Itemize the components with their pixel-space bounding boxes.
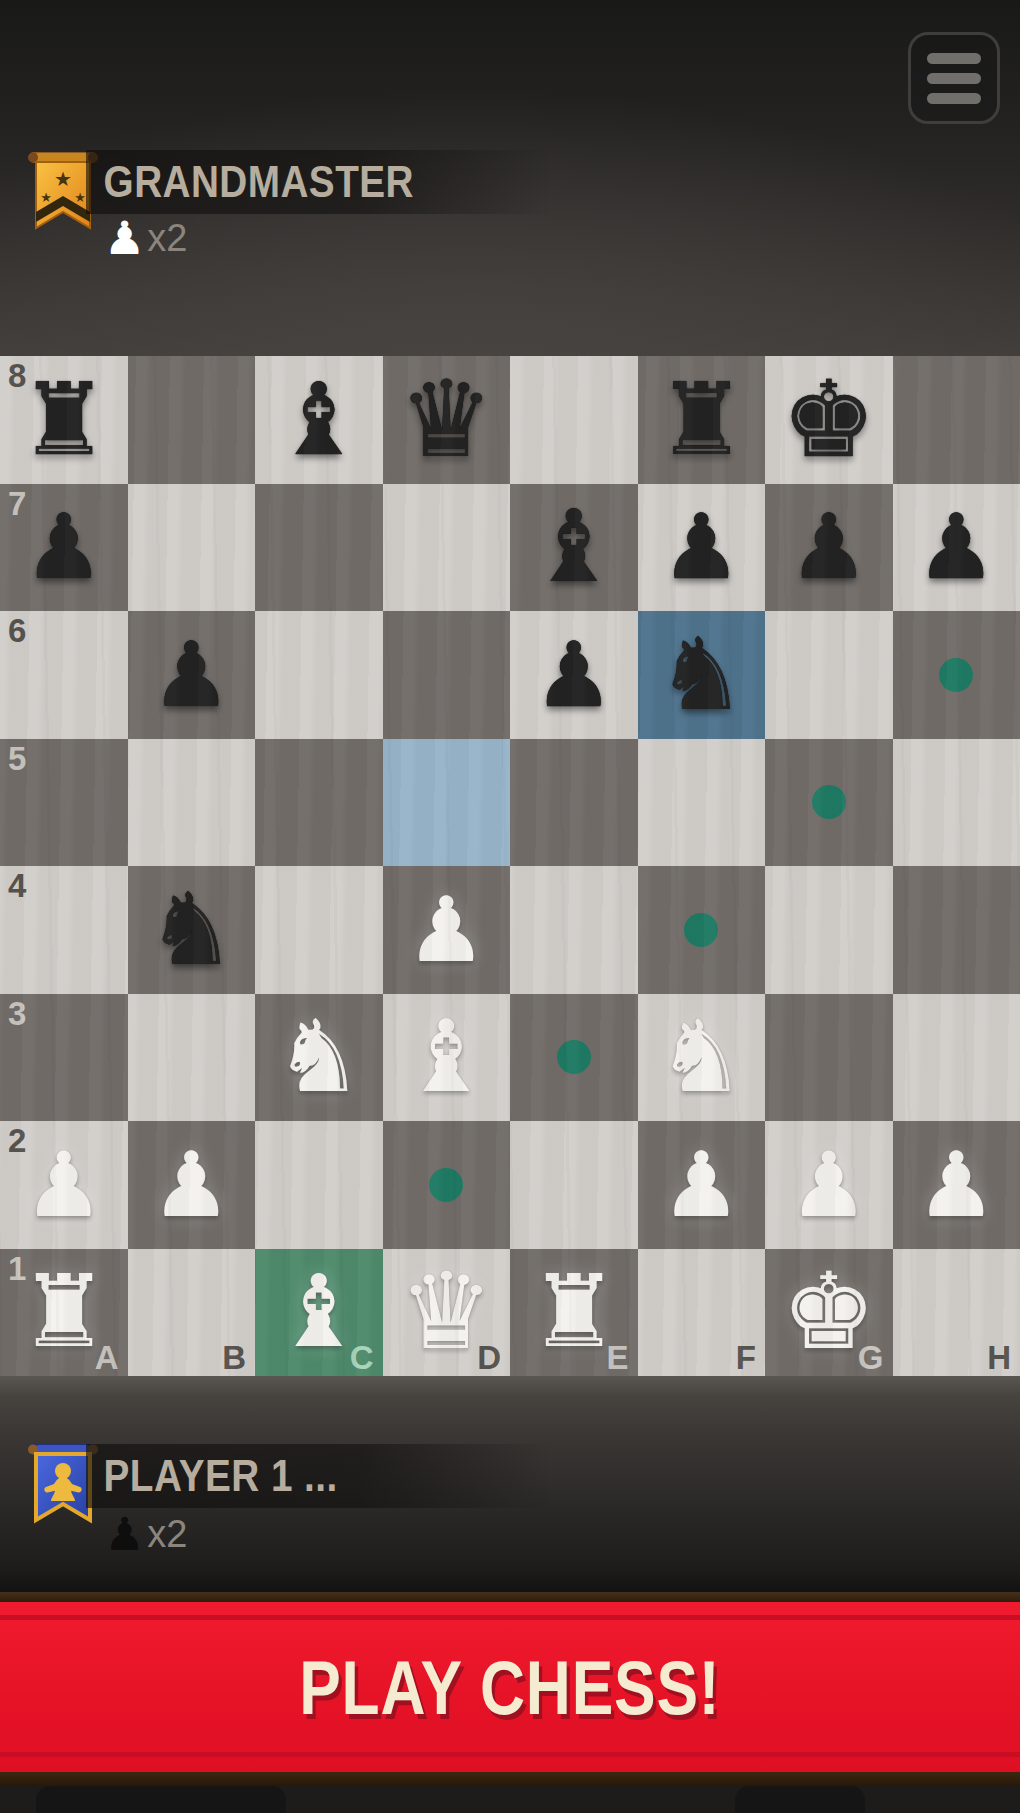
piece-white-pawn-g2[interactable]: ♟: [765, 1121, 893, 1249]
piece-white-pawn-f2[interactable]: ♟: [638, 1121, 766, 1249]
square-a4[interactable]: 4: [0, 866, 128, 994]
square-d8[interactable]: ♛: [383, 356, 511, 484]
black-pawn-icon: ♟: [104, 1511, 145, 1557]
piece-black-bishop-c8[interactable]: ♝: [255, 356, 383, 484]
piece-white-pawn-b2[interactable]: ♟: [128, 1121, 256, 1249]
piece-black-pawn-a7[interactable]: ♟: [0, 484, 128, 612]
piece-white-knight-f3[interactable]: ♞: [638, 994, 766, 1122]
square-d7[interactable]: [383, 484, 511, 612]
piece-black-rook-a8[interactable]: ♜: [0, 356, 128, 484]
move-hint-dot[interactable]: [429, 1168, 463, 1202]
svg-text:★: ★: [40, 190, 52, 205]
rank-label-5: 5: [8, 740, 26, 778]
square-c2[interactable]: [255, 1121, 383, 1249]
square-c5[interactable]: [255, 739, 383, 867]
square-g2[interactable]: ♟: [765, 1121, 893, 1249]
square-h5[interactable]: [893, 739, 1020, 867]
square-a8[interactable]: 8♜: [0, 356, 128, 484]
square-b8[interactable]: [128, 356, 256, 484]
piece-white-pawn-h2[interactable]: ♟: [893, 1121, 1020, 1249]
svg-text:★: ★: [54, 167, 72, 191]
square-g3[interactable]: [765, 994, 893, 1122]
square-a2[interactable]: 2♟: [0, 1121, 128, 1249]
piece-white-bishop-c1[interactable]: ♝: [255, 1249, 383, 1377]
piece-black-pawn-f7[interactable]: ♟: [638, 484, 766, 612]
piece-black-pawn-g7[interactable]: ♟: [765, 484, 893, 612]
piece-black-king-g8[interactable]: ♚: [765, 356, 893, 484]
divider-strip-top: [0, 1592, 1020, 1602]
move-hint-dot[interactable]: [557, 1040, 591, 1074]
square-d4[interactable]: ♟: [383, 866, 511, 994]
bottom-captured-count: x2: [147, 1513, 187, 1556]
square-e2[interactable]: [510, 1121, 638, 1249]
square-f3[interactable]: ♞: [638, 994, 766, 1122]
piece-white-rook-a1[interactable]: ♜: [0, 1249, 128, 1377]
white-pawn-icon: ♟: [104, 215, 145, 261]
square-e5[interactable]: [510, 739, 638, 867]
piece-black-bishop-e7[interactable]: ♝: [510, 484, 638, 612]
square-g5[interactable]: [765, 739, 893, 867]
move-hint-dot[interactable]: [812, 785, 846, 819]
square-b6[interactable]: ♟: [128, 611, 256, 739]
square-b1[interactable]: B: [128, 1249, 256, 1377]
square-g8[interactable]: ♚: [765, 356, 893, 484]
piece-white-king-g1[interactable]: ♚: [765, 1249, 893, 1377]
square-a7[interactable]: 7♟: [0, 484, 128, 612]
piece-black-rook-f8[interactable]: ♜: [638, 356, 766, 484]
piece-black-knight-f6[interactable]: ♞: [638, 611, 766, 739]
square-g4[interactable]: [765, 866, 893, 994]
square-c8[interactable]: ♝: [255, 356, 383, 484]
file-label-b: B: [222, 1341, 246, 1374]
square-f7[interactable]: ♟: [638, 484, 766, 612]
top-player-name: GRANDMASTER: [86, 157, 414, 207]
piece-black-queen-d8[interactable]: ♛: [383, 356, 511, 484]
piece-black-pawn-b6[interactable]: ♟: [128, 611, 256, 739]
move-hint-dot[interactable]: [939, 658, 973, 692]
top-player-name-bar: GRANDMASTER: [86, 150, 556, 214]
square-e3[interactable]: [510, 994, 638, 1122]
piece-black-pawn-h7[interactable]: ♟: [893, 484, 1020, 612]
square-d5[interactable]: [383, 739, 511, 867]
play-chess-label: PLAY CHESS!: [299, 1644, 720, 1731]
chess-board: 8♜♝♛♜♚7♟♝♟♟♟6♟♟♞54♞♟3♞♝♞2♟♟♟♟♟1A♜BC♝D♛E♜…: [0, 356, 1020, 1376]
square-g7[interactable]: ♟: [765, 484, 893, 612]
square-b4[interactable]: ♞: [128, 866, 256, 994]
square-f5[interactable]: [638, 739, 766, 867]
square-d1[interactable]: D♛: [383, 1249, 511, 1377]
footer-ghost-shape: [36, 1786, 286, 1813]
square-b5[interactable]: [128, 739, 256, 867]
piece-black-knight-b4[interactable]: ♞: [128, 866, 256, 994]
square-e7[interactable]: ♝: [510, 484, 638, 612]
bottom-player-name: PLAYER 1 ...: [86, 1451, 338, 1501]
piece-white-knight-c3[interactable]: ♞: [255, 994, 383, 1122]
play-chess-button[interactable]: PLAY CHESS!: [0, 1602, 1020, 1772]
square-h3[interactable]: [893, 994, 1020, 1122]
square-a3[interactable]: 3: [0, 994, 128, 1122]
square-f1[interactable]: F: [638, 1249, 766, 1377]
square-d2[interactable]: [383, 1121, 511, 1249]
hamburger-menu-icon: [927, 53, 981, 64]
piece-black-pawn-e6[interactable]: ♟: [510, 611, 638, 739]
top-captured-count: x2: [147, 217, 187, 260]
square-e6[interactable]: ♟: [510, 611, 638, 739]
move-hint-dot[interactable]: [684, 913, 718, 947]
rank-label-6: 6: [8, 612, 26, 650]
square-b3[interactable]: [128, 994, 256, 1122]
square-h8[interactable]: [893, 356, 1020, 484]
square-f4[interactable]: [638, 866, 766, 994]
bottom-player-name-bar: PLAYER 1 ...: [86, 1444, 556, 1508]
square-c7[interactable]: [255, 484, 383, 612]
square-a6[interactable]: 6: [0, 611, 128, 739]
square-a1[interactable]: 1A♜: [0, 1249, 128, 1377]
menu-button[interactable]: [908, 32, 1000, 124]
square-c6[interactable]: [255, 611, 383, 739]
square-b7[interactable]: [128, 484, 256, 612]
square-a5[interactable]: 5: [0, 739, 128, 867]
rank-label-4: 4: [8, 867, 26, 905]
square-h4[interactable]: [893, 866, 1020, 994]
square-h2[interactable]: ♟: [893, 1121, 1020, 1249]
square-c4[interactable]: [255, 866, 383, 994]
footer-area: [0, 1786, 1020, 1813]
top-player-captured: ♟ x2: [104, 210, 187, 266]
file-label-f: F: [736, 1341, 756, 1374]
square-b2[interactable]: ♟: [128, 1121, 256, 1249]
piece-white-rook-e1[interactable]: ♜: [510, 1249, 638, 1377]
piece-white-pawn-a2[interactable]: ♟: [0, 1121, 128, 1249]
square-e4[interactable]: [510, 866, 638, 994]
square-d3[interactable]: ♝: [383, 994, 511, 1122]
square-f6[interactable]: ♞: [638, 611, 766, 739]
square-h6[interactable]: [893, 611, 1020, 739]
rank-label-3: 3: [8, 995, 26, 1033]
square-e8[interactable]: [510, 356, 638, 484]
divider-strip-bottom: [0, 1772, 1020, 1786]
bottom-player-captured: ♟ x2: [104, 1506, 187, 1562]
file-label-h: H: [987, 1341, 1011, 1374]
square-d6[interactable]: [383, 611, 511, 739]
chess-app-screen: ★ ★ ★ GRANDMASTER ♟ x2 8♜♝♛♜♚7♟♝♟♟♟6♟♟♞5…: [0, 0, 1020, 1813]
footer-ghost-shape: [735, 1786, 865, 1813]
square-h1[interactable]: H: [893, 1249, 1020, 1377]
square-g1[interactable]: G♚: [765, 1249, 893, 1377]
square-e1[interactable]: E♜: [510, 1249, 638, 1377]
piece-white-bishop-d3[interactable]: ♝: [383, 994, 511, 1122]
square-c1[interactable]: C♝: [255, 1249, 383, 1377]
piece-white-pawn-d4[interactable]: ♟: [383, 866, 511, 994]
square-f8[interactable]: ♜: [638, 356, 766, 484]
svg-text:★: ★: [74, 190, 86, 205]
square-f2[interactable]: ♟: [638, 1121, 766, 1249]
square-g6[interactable]: [765, 611, 893, 739]
piece-white-queen-d1[interactable]: ♛: [383, 1249, 511, 1377]
square-c3[interactable]: ♞: [255, 994, 383, 1122]
square-h7[interactable]: ♟: [893, 484, 1020, 612]
